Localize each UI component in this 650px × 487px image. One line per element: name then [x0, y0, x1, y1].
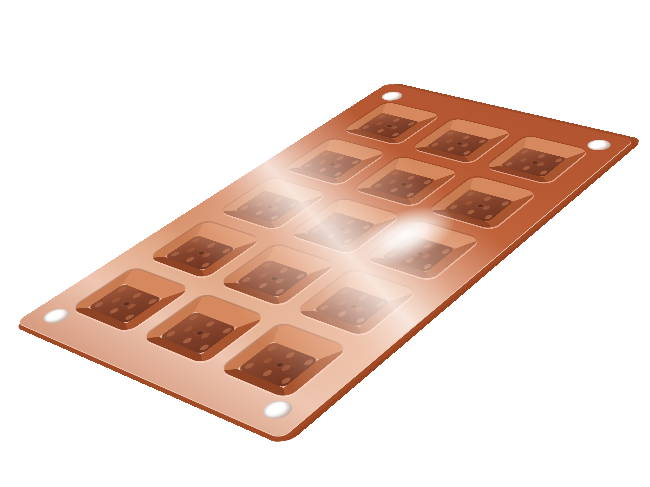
cavity-bottom-bean-pattern: [298, 150, 363, 179]
cavity-bottom-bean-pattern: [426, 130, 491, 158]
cavity-bottom-bean-pattern: [382, 235, 456, 272]
cavity-bottom-bean-pattern: [500, 148, 567, 178]
cavity-bottom-bean-pattern: [159, 311, 237, 354]
cavity-bottom-bean-pattern: [443, 189, 513, 222]
cavity-bottom-bean-pattern: [234, 191, 302, 223]
silicone-mold-sheet: [16, 83, 634, 438]
cavity-bottom-bean-pattern: [236, 259, 310, 297]
cavity-bottom-bean-pattern: [368, 169, 436, 200]
cavity-bottom-bean-pattern: [237, 341, 319, 388]
cavity-bottom-bean-pattern: [357, 113, 419, 139]
mold-cavity: [484, 135, 589, 184]
product-photo-scene: [0, 0, 650, 487]
cavity-bottom-bean-pattern: [88, 284, 163, 324]
cavity-bottom-bean-pattern: [305, 212, 376, 246]
mold-cavity: [427, 176, 538, 230]
cavity-bottom-bean-pattern: [165, 235, 236, 271]
cavity-bottom-bean-pattern: [313, 286, 391, 327]
cavity-grid: [16, 83, 634, 438]
